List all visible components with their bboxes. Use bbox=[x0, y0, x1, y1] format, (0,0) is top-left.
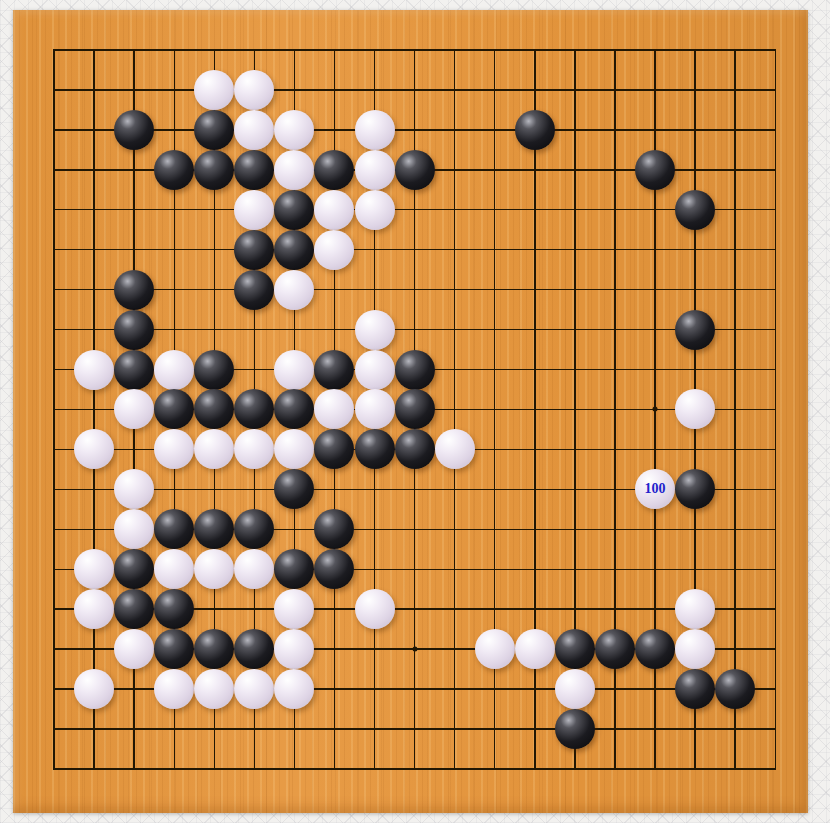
white-stone: 100 bbox=[635, 469, 675, 509]
black-stone bbox=[675, 190, 715, 230]
black-stone bbox=[635, 150, 675, 190]
white-stone bbox=[74, 589, 114, 629]
white-stone bbox=[234, 669, 274, 709]
black-stone bbox=[234, 389, 274, 429]
black-stone bbox=[595, 629, 635, 669]
white-stone bbox=[314, 389, 354, 429]
white-stone bbox=[74, 429, 114, 469]
black-stone bbox=[675, 469, 715, 509]
white-stone bbox=[515, 629, 555, 669]
white-stone bbox=[114, 389, 154, 429]
white-stone bbox=[234, 549, 274, 589]
white-stone bbox=[274, 270, 314, 310]
white-stone bbox=[74, 350, 114, 390]
white-stone bbox=[355, 350, 395, 390]
white-stone bbox=[154, 429, 194, 469]
black-stone bbox=[515, 110, 555, 150]
black-stone bbox=[234, 150, 274, 190]
black-stone bbox=[355, 429, 395, 469]
white-stone bbox=[194, 429, 234, 469]
white-stone bbox=[355, 310, 395, 350]
white-stone bbox=[355, 150, 395, 190]
white-stone bbox=[355, 589, 395, 629]
black-stone bbox=[154, 629, 194, 669]
grid-line-horizontal bbox=[53, 768, 776, 769]
black-stone bbox=[114, 549, 154, 589]
black-stone bbox=[234, 629, 274, 669]
white-stone bbox=[475, 629, 515, 669]
grid-line-vertical bbox=[775, 49, 776, 769]
black-stone bbox=[314, 549, 354, 589]
white-stone bbox=[274, 629, 314, 669]
black-stone bbox=[154, 589, 194, 629]
white-stone bbox=[555, 669, 595, 709]
black-stone bbox=[274, 469, 314, 509]
white-stone bbox=[314, 230, 354, 270]
white-stone bbox=[74, 549, 114, 589]
black-stone bbox=[274, 549, 314, 589]
white-stone bbox=[114, 509, 154, 549]
white-stone bbox=[355, 110, 395, 150]
white-stone bbox=[675, 629, 715, 669]
white-stone bbox=[74, 669, 114, 709]
black-stone bbox=[114, 270, 154, 310]
grid-line-horizontal bbox=[53, 728, 776, 729]
white-stone bbox=[274, 669, 314, 709]
black-stone bbox=[274, 389, 314, 429]
black-stone bbox=[194, 509, 234, 549]
white-stone bbox=[234, 110, 274, 150]
white-stone bbox=[274, 150, 314, 190]
black-stone bbox=[314, 509, 354, 549]
black-stone bbox=[395, 429, 435, 469]
black-stone bbox=[114, 589, 154, 629]
page-background: 100 bbox=[0, 0, 830, 823]
black-stone bbox=[234, 509, 274, 549]
white-stone bbox=[194, 549, 234, 589]
black-stone bbox=[154, 150, 194, 190]
white-stone bbox=[154, 549, 194, 589]
black-stone bbox=[234, 230, 274, 270]
black-stone bbox=[194, 389, 234, 429]
white-stone bbox=[234, 190, 274, 230]
black-stone bbox=[555, 629, 595, 669]
white-stone bbox=[234, 70, 274, 110]
black-stone bbox=[114, 310, 154, 350]
white-stone bbox=[675, 389, 715, 429]
white-stone bbox=[274, 110, 314, 150]
black-stone bbox=[154, 389, 194, 429]
white-stone bbox=[675, 589, 715, 629]
black-stone bbox=[194, 629, 234, 669]
white-stone bbox=[154, 350, 194, 390]
black-stone bbox=[274, 230, 314, 270]
grid-line-vertical bbox=[734, 49, 735, 769]
black-stone bbox=[114, 350, 154, 390]
black-stone bbox=[194, 150, 234, 190]
grid-line-vertical bbox=[454, 49, 455, 769]
white-stone bbox=[154, 669, 194, 709]
white-stone bbox=[194, 70, 234, 110]
black-stone bbox=[314, 429, 354, 469]
white-stone bbox=[355, 389, 395, 429]
black-stone bbox=[395, 389, 435, 429]
white-stone bbox=[274, 350, 314, 390]
white-stone bbox=[234, 429, 274, 469]
move-number-label: 100 bbox=[645, 482, 666, 496]
black-stone bbox=[395, 150, 435, 190]
white-stone bbox=[435, 429, 475, 469]
black-stone bbox=[555, 709, 595, 749]
white-stone bbox=[274, 589, 314, 629]
black-stone bbox=[114, 110, 154, 150]
black-stone bbox=[314, 350, 354, 390]
white-stone bbox=[355, 190, 395, 230]
black-stone bbox=[675, 669, 715, 709]
black-stone bbox=[194, 350, 234, 390]
black-stone bbox=[675, 310, 715, 350]
black-stone bbox=[154, 509, 194, 549]
white-stone bbox=[114, 629, 154, 669]
white-stone bbox=[314, 190, 354, 230]
go-board[interactable]: 100 bbox=[13, 10, 808, 813]
black-stone bbox=[234, 270, 274, 310]
star-point bbox=[653, 407, 658, 412]
black-stone bbox=[274, 190, 314, 230]
white-stone bbox=[194, 669, 234, 709]
star-point bbox=[412, 647, 417, 652]
black-stone bbox=[395, 350, 435, 390]
black-stone bbox=[715, 669, 755, 709]
black-stone bbox=[635, 629, 675, 669]
white-stone bbox=[274, 429, 314, 469]
black-stone bbox=[314, 150, 354, 190]
white-stone bbox=[114, 469, 154, 509]
black-stone bbox=[194, 110, 234, 150]
